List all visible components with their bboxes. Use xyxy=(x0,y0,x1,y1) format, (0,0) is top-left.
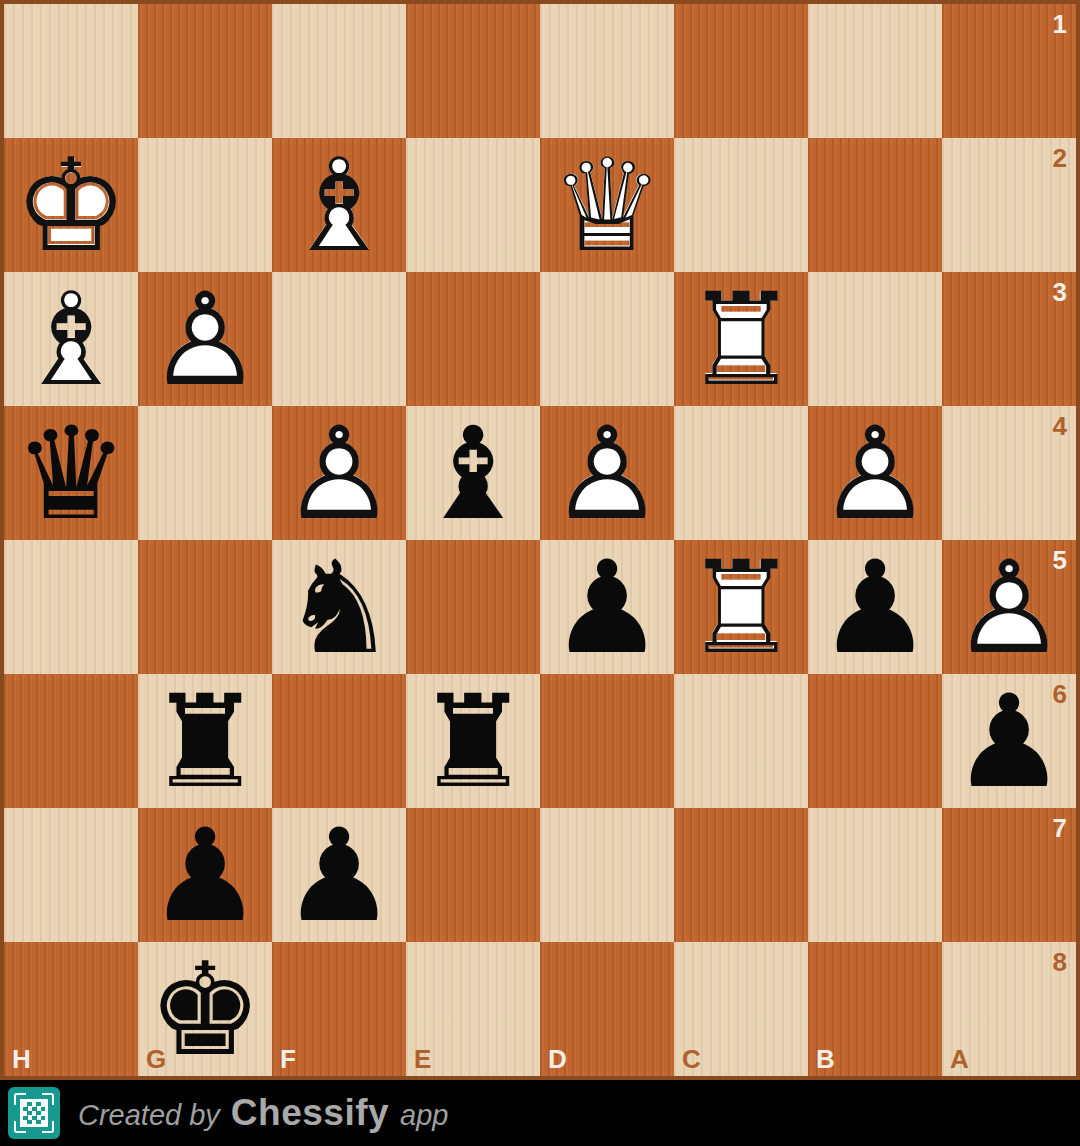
black-pawn: ♟ xyxy=(138,808,272,942)
white-bishop: ♝♗ xyxy=(4,272,138,406)
rank-label-2: 2 xyxy=(1053,145,1067,171)
square-a7[interactable]: 7 xyxy=(942,808,1076,942)
square-f3[interactable] xyxy=(272,272,406,406)
square-c3[interactable]: ♜♖ xyxy=(674,272,808,406)
rank-label-7: 7 xyxy=(1053,815,1067,841)
chess-board: 1♚♔♝♗♛♕2♝♗♟♙♜♖3♛♟♙♝♟♙♟♙4♞♟♜♖♟♟♙5♜♜♟6♟♟7H… xyxy=(0,0,1080,1080)
square-e3[interactable] xyxy=(406,272,540,406)
square-f6[interactable] xyxy=(272,674,406,808)
black-rook: ♜ xyxy=(138,674,272,808)
square-b4[interactable]: ♟♙ xyxy=(808,406,942,540)
square-f4[interactable]: ♟♙ xyxy=(272,406,406,540)
black-pawn: ♟ xyxy=(540,540,674,674)
square-b2[interactable] xyxy=(808,138,942,272)
file-label-d: D xyxy=(548,1046,567,1072)
square-h3[interactable]: ♝♗ xyxy=(4,272,138,406)
square-a4[interactable]: 4 xyxy=(942,406,1076,540)
page-root: 1♚♔♝♗♛♕2♝♗♟♙♜♖3♛♟♙♝♟♙♟♙4♞♟♜♖♟♟♙5♜♜♟6♟♟7H… xyxy=(0,0,1080,1146)
black-rook: ♜ xyxy=(406,674,540,808)
square-f7[interactable]: ♟ xyxy=(272,808,406,942)
file-label-h: H xyxy=(12,1046,31,1072)
square-f1[interactable] xyxy=(272,4,406,138)
square-e2[interactable] xyxy=(406,138,540,272)
square-e1[interactable] xyxy=(406,4,540,138)
square-d4[interactable]: ♟♙ xyxy=(540,406,674,540)
square-c5[interactable]: ♜♖ xyxy=(674,540,808,674)
square-h2[interactable]: ♚♔ xyxy=(4,138,138,272)
square-a8[interactable]: 8A xyxy=(942,942,1076,1076)
white-pawn: ♟♙ xyxy=(808,406,942,540)
square-h5[interactable] xyxy=(4,540,138,674)
rank-label-4: 4 xyxy=(1053,413,1067,439)
square-a3[interactable]: 3 xyxy=(942,272,1076,406)
rank-label-6: 6 xyxy=(1053,681,1067,707)
square-g3[interactable]: ♟♙ xyxy=(138,272,272,406)
footer-text: Created by Chessify app xyxy=(78,1092,448,1134)
mini-chessboard-icon xyxy=(20,1099,48,1127)
white-rook: ♜♖ xyxy=(674,272,808,406)
square-h4[interactable]: ♛ xyxy=(4,406,138,540)
square-b5[interactable]: ♟ xyxy=(808,540,942,674)
file-label-a: A xyxy=(950,1046,969,1072)
square-c1[interactable] xyxy=(674,4,808,138)
square-g5[interactable] xyxy=(138,540,272,674)
created-by-text: Created by xyxy=(78,1099,220,1132)
rank-label-5: 5 xyxy=(1053,547,1067,573)
white-queen: ♛♕ xyxy=(540,138,674,272)
black-bishop: ♝ xyxy=(406,406,540,540)
square-h6[interactable] xyxy=(4,674,138,808)
white-king: ♚♔ xyxy=(4,138,138,272)
square-e6[interactable]: ♜ xyxy=(406,674,540,808)
square-a2[interactable]: 2 xyxy=(942,138,1076,272)
black-knight: ♞ xyxy=(272,540,406,674)
rank-label-3: 3 xyxy=(1053,279,1067,305)
square-g8[interactable]: ♚G xyxy=(138,942,272,1076)
square-h8[interactable]: H xyxy=(4,942,138,1076)
square-b8[interactable]: B xyxy=(808,942,942,1076)
square-a5[interactable]: ♟♙5 xyxy=(942,540,1076,674)
square-f2[interactable]: ♝♗ xyxy=(272,138,406,272)
black-queen: ♛ xyxy=(4,406,138,540)
white-pawn: ♟♙ xyxy=(540,406,674,540)
app-text: app xyxy=(400,1099,448,1132)
square-c2[interactable] xyxy=(674,138,808,272)
square-b1[interactable] xyxy=(808,4,942,138)
square-e4[interactable]: ♝ xyxy=(406,406,540,540)
white-bishop: ♝♗ xyxy=(272,138,406,272)
file-label-b: B xyxy=(816,1046,835,1072)
black-pawn: ♟ xyxy=(808,540,942,674)
square-d2[interactable]: ♛♕ xyxy=(540,138,674,272)
square-b6[interactable] xyxy=(808,674,942,808)
square-d5[interactable]: ♟ xyxy=(540,540,674,674)
square-d1[interactable] xyxy=(540,4,674,138)
mini-chessboard-pattern xyxy=(23,1102,45,1124)
square-h1[interactable] xyxy=(4,4,138,138)
square-c6[interactable] xyxy=(674,674,808,808)
rank-label-1: 1 xyxy=(1053,11,1067,37)
brand-name: Chessify xyxy=(231,1092,389,1134)
footer-watermark: Created by Chessify app xyxy=(0,1080,1080,1146)
black-pawn: ♟ xyxy=(272,808,406,942)
square-b7[interactable] xyxy=(808,808,942,942)
square-g1[interactable] xyxy=(138,4,272,138)
square-e7[interactable] xyxy=(406,808,540,942)
square-d3[interactable] xyxy=(540,272,674,406)
chessify-logo-icon xyxy=(8,1087,60,1139)
square-f5[interactable]: ♞ xyxy=(272,540,406,674)
square-h7[interactable] xyxy=(4,808,138,942)
white-rook: ♜♖ xyxy=(674,540,808,674)
square-b3[interactable] xyxy=(808,272,942,406)
square-c8[interactable]: C xyxy=(674,942,808,1076)
rank-label-8: 8 xyxy=(1053,949,1067,975)
square-c4[interactable] xyxy=(674,406,808,540)
square-d8[interactable]: D xyxy=(540,942,674,1076)
file-label-f: F xyxy=(280,1046,296,1072)
square-d7[interactable] xyxy=(540,808,674,942)
square-g4[interactable] xyxy=(138,406,272,540)
square-d6[interactable] xyxy=(540,674,674,808)
square-a6[interactable]: ♟6 xyxy=(942,674,1076,808)
square-g6[interactable]: ♜ xyxy=(138,674,272,808)
square-a1[interactable]: 1 xyxy=(942,4,1076,138)
square-c7[interactable] xyxy=(674,808,808,942)
square-e8[interactable]: E xyxy=(406,942,540,1076)
white-pawn: ♟♙ xyxy=(272,406,406,540)
file-label-e: E xyxy=(414,1046,431,1072)
white-pawn: ♟♙ xyxy=(138,272,272,406)
square-f8[interactable]: F xyxy=(272,942,406,1076)
square-g2[interactable] xyxy=(138,138,272,272)
square-e5[interactable] xyxy=(406,540,540,674)
file-label-g: G xyxy=(146,1046,166,1072)
file-label-c: C xyxy=(682,1046,701,1072)
square-g7[interactable]: ♟ xyxy=(138,808,272,942)
